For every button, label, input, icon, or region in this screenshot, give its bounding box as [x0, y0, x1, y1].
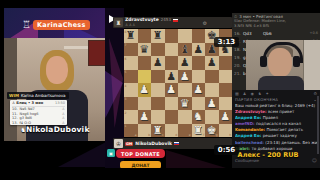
chess-title: WIM — [9, 93, 19, 98]
square-d4[interactable]: ♟ — [165, 83, 179, 97]
square-f8[interactable] — [192, 29, 206, 43]
square-g5[interactable] — [205, 70, 219, 84]
board-coordinate-d: d — [175, 133, 177, 137]
watermark-text: NikolaDubovik — [26, 125, 90, 134]
board-coordinate-4: 4 — [125, 84, 127, 88]
square-a1[interactable]: 1a — [124, 124, 138, 138]
piece-white-pawn-g3[interactable]: ♟ — [205, 97, 219, 111]
square-h6[interactable] — [219, 56, 233, 70]
avatar-black-player[interactable]: ♜ — [114, 18, 123, 27]
square-c7[interactable] — [151, 43, 165, 57]
chat-toolbar-icon[interactable]: ♟ — [243, 91, 247, 96]
card-title: Блиц • 3 мин — [16, 101, 43, 105]
square-f5[interactable] — [192, 70, 206, 84]
square-e8[interactable] — [178, 29, 192, 43]
square-e3[interactable]: ♛ — [178, 97, 192, 111]
streamer-name: Karina Ambartsumova — [21, 93, 66, 98]
chat-toolbar-icon[interactable]: ✦ — [265, 91, 268, 96]
board-coordinate-5: 5 — [125, 70, 127, 74]
square-d2[interactable] — [165, 110, 179, 124]
square-d6[interactable] — [165, 56, 179, 70]
piece-white-queen-e3[interactable]: ♛ — [178, 97, 192, 111]
square-a7[interactable]: 7 — [124, 43, 138, 57]
square-c5[interactable] — [151, 70, 165, 84]
chat-toolbar-icon[interactable]: ◉ — [250, 91, 254, 96]
square-a8[interactable]: 8♜ — [124, 29, 138, 43]
square-c8[interactable]: ♜ — [151, 29, 165, 43]
piece-white-pawn-b4[interactable]: ♟ — [138, 83, 152, 97]
square-h2[interactable]: ♟ — [219, 110, 233, 124]
piece-white-rook-c1[interactable]: ♜ — [151, 124, 165, 138]
square-g4[interactable] — [205, 83, 219, 97]
piece-black-rook-c8[interactable]: ♜ — [151, 29, 165, 43]
chat-username[interactable]: Андрей Бо: — [235, 115, 263, 120]
square-d1[interactable]: d — [165, 124, 179, 138]
chat-scrollbar[interactable] — [317, 96, 319, 154]
chat-toolbar-icon[interactable]: ♞ — [258, 91, 262, 96]
piece-white-knight-f2[interactable]: ♞ — [192, 110, 206, 124]
square-a5[interactable]: 5 — [124, 70, 138, 84]
headphone-cup-left — [260, 56, 267, 67]
webcam-right-streamer — [246, 40, 320, 90]
square-f7[interactable]: ♟ — [192, 43, 206, 57]
board-coordinate-e: e — [189, 133, 191, 137]
piece-black-pawn-f7[interactable]: ♟ — [192, 43, 206, 57]
square-d3[interactable] — [165, 97, 179, 111]
square-c2[interactable] — [151, 110, 165, 124]
square-a2[interactable]: 2 — [124, 110, 138, 124]
square-e1[interactable]: e — [178, 124, 192, 138]
square-b5[interactable] — [138, 70, 152, 84]
stream-screenshot: ♖ KarinaChess WIM Karina Ambartsumova ♙ … — [0, 0, 320, 180]
square-b1[interactable]: b — [138, 124, 152, 138]
square-c1[interactable]: c♜ — [151, 124, 165, 138]
card-time: 13:50 — [55, 101, 65, 105]
square-a6[interactable]: 6 — [124, 56, 138, 70]
square-b8[interactable] — [138, 29, 152, 43]
piece-black-pawn-g6[interactable]: ♟ — [205, 56, 219, 70]
square-c3[interactable] — [151, 97, 165, 111]
square-b6[interactable] — [138, 56, 152, 70]
game-info-card[interactable]: ♙ Блиц • 3 мин 13:50 10.Ne5 Nd7♙11.Nxg6 … — [10, 100, 67, 125]
square-f2[interactable]: ♞ — [192, 110, 206, 124]
piece-white-pawn-h2[interactable]: ♟ — [219, 110, 233, 124]
chat-message-text: Правел — [263, 115, 278, 120]
square-h5[interactable] — [219, 70, 233, 84]
piece-white-pawn-e5[interactable]: ♟ — [178, 70, 192, 84]
avatar-white-player[interactable]: ♔ — [114, 139, 123, 148]
square-b2[interactable]: ♟ — [138, 110, 152, 124]
black-player-flag — [173, 19, 178, 22]
square-b3[interactable] — [138, 97, 152, 111]
rook-logo-icon: ♖ — [22, 20, 31, 30]
board-coordinate-3: 3 — [125, 97, 127, 101]
piece-black-pawn-d5[interactable]: ♟ — [165, 70, 179, 84]
piece-white-rook-f1[interactable]: ♜ — [192, 124, 206, 138]
chat-message-text: Ваш новый рейтинг в блиц: 2469 (+4) — [235, 103, 315, 108]
board-coordinate-7: 7 — [125, 43, 127, 47]
wall-picture — [88, 40, 105, 66]
board-coordinate-6: 6 — [125, 57, 127, 61]
square-f4[interactable]: ♟ — [192, 83, 206, 97]
logo-text: KarinaChess — [33, 20, 90, 30]
square-d7[interactable] — [165, 43, 179, 57]
move-row-16[interactable]: 16.Qd3Qb6+0.6 — [234, 29, 318, 37]
square-f6[interactable] — [192, 56, 206, 70]
square-b7[interactable]: ♛ — [138, 43, 152, 57]
chat-username[interactable]: Андрей Бо: — [235, 133, 263, 138]
piece-black-queen-b7[interactable]: ♛ — [138, 43, 152, 57]
piece-black-rook-a8[interactable]: ♜ — [124, 29, 138, 43]
piece-white-pawn-f4[interactable]: ♟ — [192, 83, 206, 97]
channel-watermark: ♞NikolaDubovik — [6, 125, 104, 134]
square-b4[interactable]: ♟ — [138, 83, 152, 97]
clock-black: 3:13 — [214, 37, 239, 47]
square-h1[interactable]: h — [219, 124, 233, 138]
board-coordinate-b: b — [148, 133, 150, 137]
square-g1[interactable]: g♚ — [205, 124, 219, 138]
chat-username[interactable]: Zdravstvuyte: — [235, 109, 268, 114]
letterbox-bottom — [0, 168, 320, 180]
square-f3[interactable] — [192, 97, 206, 111]
top-donate-button[interactable]: TOP DONATE — [116, 149, 165, 158]
chat-section-header: ПАРТИЯ ОКОНЧЕНА — [235, 97, 278, 102]
channel-banner: ♖ KarinaChess — [4, 8, 105, 38]
gear-icon[interactable]: ⚙ — [203, 20, 207, 26]
player-bar-black: ♜ Zdravstvuyte 2453 ♙♙♙ ⚙ — [113, 17, 232, 28]
piece-black-pawn-e6[interactable]: ♟ — [178, 56, 192, 70]
square-e2[interactable] — [178, 110, 192, 124]
sub-chip-icon[interactable]: ▣ — [107, 149, 115, 157]
square-a4[interactable]: 4 — [124, 83, 138, 97]
square-e5[interactable]: ♟ — [178, 70, 192, 84]
letterbox-top — [0, 0, 320, 8]
channel-logo: ♖ KarinaChess — [22, 20, 90, 30]
square-g3[interactable]: ♟ — [205, 97, 219, 111]
chat-message-text: решает задачку — [263, 133, 297, 138]
square-c4[interactable] — [151, 83, 165, 97]
board-coordinate-1: 1 — [125, 124, 127, 128]
door — [303, 40, 320, 90]
square-d5[interactable]: ♟ — [165, 70, 179, 84]
chat-username[interactable]: ballenchead: — [235, 140, 265, 145]
pawn-icon: ♙ — [12, 101, 15, 105]
square-e4[interactable] — [178, 83, 192, 97]
streamer-face — [46, 56, 68, 84]
square-h3[interactable] — [219, 97, 233, 111]
streamer-name-badge: WIM Karina Ambartsumova — [7, 92, 69, 99]
title-badge: GM — [125, 142, 133, 146]
background-polygon-deco — [58, 141, 108, 167]
square-g2[interactable] — [205, 110, 219, 124]
headphone-cup-right — [293, 56, 300, 67]
captured-pieces-black: ♙♙♙ — [125, 23, 178, 28]
white-player-name[interactable]: NikolaDubovik — [135, 141, 172, 146]
square-c6[interactable]: ♟ — [151, 56, 165, 70]
chat-toolbar-icon[interactable]: ▦ — [235, 91, 239, 96]
white-player-flag — [174, 142, 179, 145]
board-coordinate-h: h — [229, 133, 231, 137]
chat-username[interactable]: amefND: — [235, 121, 256, 126]
square-e6[interactable]: ♟ — [178, 56, 192, 70]
square-f1[interactable]: f♜ — [192, 124, 206, 138]
piece-white-king-g1[interactable]: ♚ — [205, 124, 219, 138]
board-coordinate-a: a — [135, 133, 137, 137]
chat-username[interactable]: Komandante: — [235, 127, 267, 132]
board-coordinate-2: 2 — [125, 111, 127, 115]
square-a3[interactable]: 3 — [124, 97, 138, 111]
piece-black-pawn-c6[interactable]: ♟ — [151, 56, 165, 70]
piece-white-pawn-d4[interactable]: ♟ — [165, 83, 179, 97]
chat-message-text: Помогает делать — [267, 127, 303, 132]
piece-black-bishop-e7[interactable]: ♝ — [178, 43, 192, 57]
square-h4[interactable] — [219, 83, 233, 97]
chat-message-text: подписался на канал — [256, 121, 301, 126]
chat-message-text: всем привет — [268, 109, 294, 114]
square-e7[interactable]: ♝ — [178, 43, 192, 57]
square-g6[interactable]: ♟ — [205, 56, 219, 70]
streamer2-body — [258, 76, 304, 90]
piece-white-pawn-b2[interactable]: ♟ — [138, 110, 152, 124]
chat-message-text: (23:18) делаешь. Без жира — [265, 140, 317, 145]
donation-ticker: Алекс - 200 RUB — [220, 150, 316, 160]
square-d8[interactable] — [165, 29, 179, 43]
